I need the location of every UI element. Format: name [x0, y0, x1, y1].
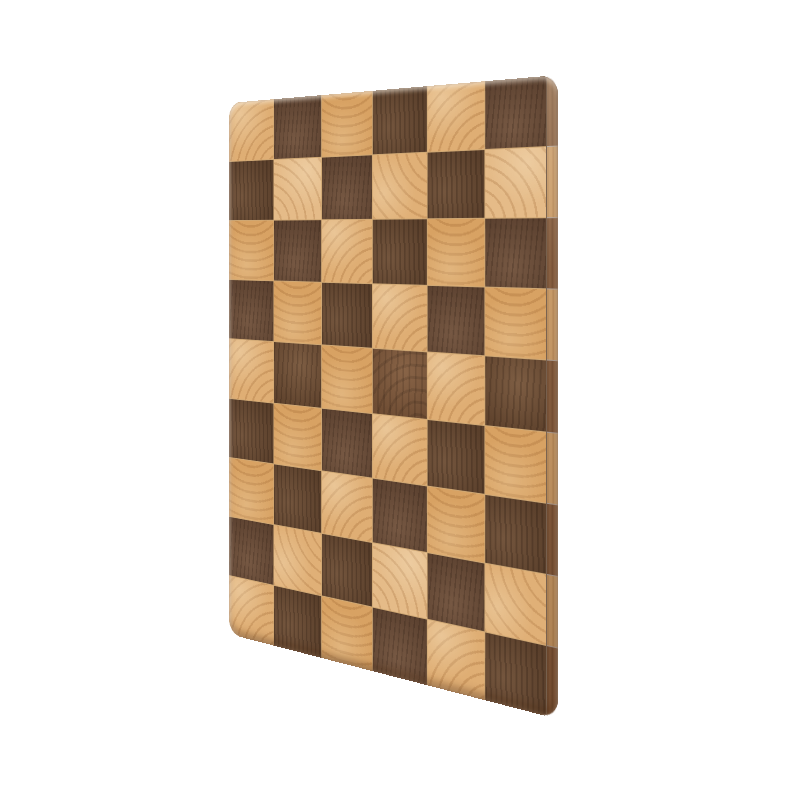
board-cell — [322, 534, 372, 607]
board-cell — [373, 153, 426, 219]
board-cell — [373, 414, 426, 485]
board-cell — [373, 543, 426, 618]
board-cell — [322, 596, 372, 671]
board-side-band — [547, 361, 558, 432]
board-side-band — [547, 147, 558, 218]
board-cell — [485, 426, 546, 503]
board-side-band — [547, 75, 558, 146]
board-cell — [229, 221, 274, 281]
board-cell — [322, 91, 372, 157]
board-cell — [485, 218, 546, 288]
board-cell — [427, 150, 484, 218]
board-cell — [274, 403, 321, 470]
board-cell — [485, 147, 546, 218]
board-side-band — [547, 575, 558, 648]
board-cell — [427, 553, 484, 631]
board-cell — [427, 219, 484, 287]
board-cell — [274, 282, 321, 345]
board-cell — [322, 283, 372, 348]
board-side-band — [547, 646, 558, 719]
board-cell — [485, 632, 546, 716]
board-side-band — [547, 432, 558, 504]
board-cell — [229, 458, 274, 524]
board-side-band — [547, 218, 558, 289]
cutting-board — [229, 75, 558, 719]
board-cell — [373, 219, 426, 285]
board-cell — [274, 464, 321, 533]
board-cell — [485, 563, 546, 644]
board-cell — [485, 288, 546, 360]
board-cell — [274, 586, 321, 658]
board-cell — [373, 86, 426, 154]
board-side-band — [547, 503, 558, 575]
board-cell — [427, 620, 484, 700]
board-cell — [322, 346, 372, 413]
board-cell — [322, 408, 372, 477]
board-cell — [229, 576, 274, 646]
board-cell — [229, 339, 274, 402]
board-cell — [485, 357, 546, 431]
board-cell — [427, 420, 484, 494]
board-cell — [427, 486, 484, 562]
board-cell — [274, 525, 321, 595]
board-cell — [322, 155, 372, 219]
board-cell — [274, 220, 321, 282]
board-cell — [274, 158, 321, 220]
board-cell — [373, 478, 426, 551]
board-cell — [485, 76, 546, 149]
board-cell — [322, 471, 372, 542]
board-cell — [229, 280, 274, 341]
board-cell — [229, 398, 274, 463]
board-cell — [274, 95, 321, 159]
board-cell — [427, 353, 484, 425]
product-photo-stage — [0, 0, 800, 800]
board-cell — [274, 342, 321, 407]
board-cell — [373, 349, 426, 418]
board-cell — [427, 81, 484, 152]
board-side-band — [547, 290, 558, 361]
board-cell — [229, 517, 274, 585]
board-cell — [373, 608, 426, 686]
board-cell — [485, 495, 546, 574]
board-cell — [229, 99, 274, 161]
board-side-edge — [546, 75, 558, 719]
board-cell — [427, 286, 484, 356]
board-cell — [322, 220, 372, 284]
board-cell — [373, 285, 426, 352]
board-front-face — [229, 76, 546, 716]
board-cell — [229, 160, 274, 220]
